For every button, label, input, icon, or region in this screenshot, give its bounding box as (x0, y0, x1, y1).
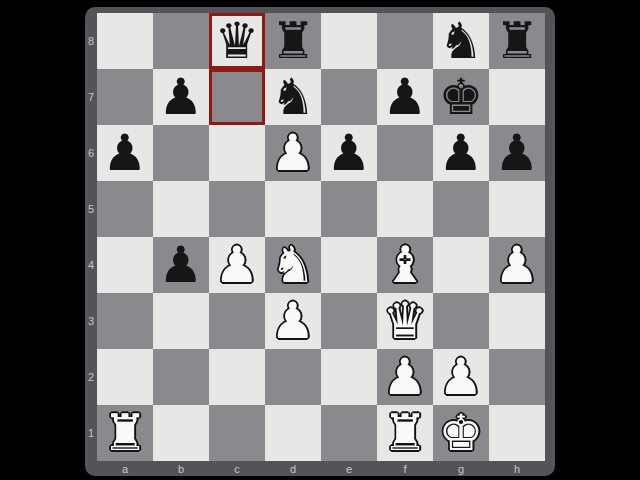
rank-label-1: 1 (85, 405, 97, 461)
square-c3[interactable] (209, 293, 265, 349)
square-f2[interactable]: ♟ (377, 349, 433, 405)
square-b8[interactable] (153, 13, 209, 69)
square-d7[interactable]: ♞ (265, 69, 321, 125)
black-rook-d8: ♜ (271, 13, 316, 69)
black-rook-h8: ♜ (495, 13, 540, 69)
square-h1[interactable] (489, 405, 545, 461)
square-c7[interactable] (209, 69, 265, 125)
white-pawn-g2: ♟ (439, 349, 484, 405)
video-frame: 87654321 ♛♜♞♜♟♞♟♚♟♟♟♟♟♟♟♞♝♟♟♛♟♟♜♜♚ abcde… (0, 0, 640, 480)
square-d8[interactable]: ♜ (265, 13, 321, 69)
square-e4[interactable] (321, 237, 377, 293)
square-c8[interactable]: ♛ (209, 13, 265, 69)
square-a2[interactable] (97, 349, 153, 405)
square-b4[interactable]: ♟ (153, 237, 209, 293)
white-pawn-f2: ♟ (383, 349, 428, 405)
square-e1[interactable] (321, 405, 377, 461)
square-h7[interactable] (489, 69, 545, 125)
square-b1[interactable] (153, 405, 209, 461)
square-g1[interactable]: ♚ (433, 405, 489, 461)
square-a4[interactable] (97, 237, 153, 293)
black-pawn-f7: ♟ (383, 69, 428, 125)
rank-label-6: 6 (85, 125, 97, 181)
square-b3[interactable] (153, 293, 209, 349)
file-label-d: d (265, 461, 321, 476)
square-g2[interactable]: ♟ (433, 349, 489, 405)
square-c5[interactable] (209, 181, 265, 237)
black-pawn-g6: ♟ (439, 125, 484, 181)
rank-coordinates: 87654321 (85, 13, 97, 461)
square-f6[interactable] (377, 125, 433, 181)
white-pawn-d3: ♟ (271, 293, 316, 349)
black-queen-c8: ♛ (215, 13, 260, 69)
square-d4[interactable]: ♞ (265, 237, 321, 293)
white-pawn-d6: ♟ (271, 125, 316, 181)
black-pawn-e6: ♟ (327, 125, 372, 181)
square-g4[interactable] (433, 237, 489, 293)
file-label-a: a (97, 461, 153, 476)
rank-label-7: 7 (85, 69, 97, 125)
file-coordinates: abcdefgh (97, 461, 545, 476)
square-e3[interactable] (321, 293, 377, 349)
black-pawn-b4: ♟ (159, 237, 204, 293)
chess-board: ♛♜♞♜♟♞♟♚♟♟♟♟♟♟♟♞♝♟♟♛♟♟♜♜♚ (97, 13, 545, 461)
white-rook-f1: ♜ (383, 405, 428, 461)
square-g5[interactable] (433, 181, 489, 237)
square-a7[interactable] (97, 69, 153, 125)
square-a6[interactable]: ♟ (97, 125, 153, 181)
white-rook-a1: ♜ (103, 405, 148, 461)
square-e7[interactable] (321, 69, 377, 125)
square-e8[interactable] (321, 13, 377, 69)
square-e2[interactable] (321, 349, 377, 405)
rank-label-2: 2 (85, 349, 97, 405)
square-a5[interactable] (97, 181, 153, 237)
square-f8[interactable] (377, 13, 433, 69)
square-e6[interactable]: ♟ (321, 125, 377, 181)
white-king-g1: ♚ (439, 405, 484, 461)
square-c2[interactable] (209, 349, 265, 405)
file-label-h: h (489, 461, 545, 476)
square-b5[interactable] (153, 181, 209, 237)
black-pawn-a6: ♟ (103, 125, 148, 181)
square-h2[interactable] (489, 349, 545, 405)
square-h3[interactable] (489, 293, 545, 349)
square-h6[interactable]: ♟ (489, 125, 545, 181)
square-b6[interactable] (153, 125, 209, 181)
square-a3[interactable] (97, 293, 153, 349)
square-d1[interactable] (265, 405, 321, 461)
square-g7[interactable]: ♚ (433, 69, 489, 125)
rank-label-3: 3 (85, 293, 97, 349)
file-label-f: f (377, 461, 433, 476)
white-pawn-c4: ♟ (215, 237, 260, 293)
rank-label-4: 4 (85, 237, 97, 293)
rank-label-5: 5 (85, 181, 97, 237)
white-queen-f3: ♛ (383, 293, 428, 349)
white-bishop-f4: ♝ (383, 237, 428, 293)
square-d6[interactable]: ♟ (265, 125, 321, 181)
file-label-b: b (153, 461, 209, 476)
square-d2[interactable] (265, 349, 321, 405)
square-d3[interactable]: ♟ (265, 293, 321, 349)
square-f7[interactable]: ♟ (377, 69, 433, 125)
file-label-g: g (433, 461, 489, 476)
square-a8[interactable] (97, 13, 153, 69)
file-label-c: c (209, 461, 265, 476)
square-c4[interactable]: ♟ (209, 237, 265, 293)
white-pawn-h4: ♟ (495, 237, 540, 293)
square-f4[interactable]: ♝ (377, 237, 433, 293)
black-king-g7: ♚ (439, 69, 484, 125)
square-a1[interactable]: ♜ (97, 405, 153, 461)
square-e5[interactable] (321, 181, 377, 237)
black-knight-g8: ♞ (439, 13, 484, 69)
square-f3[interactable]: ♛ (377, 293, 433, 349)
file-label-e: e (321, 461, 377, 476)
chess-board-frame: 87654321 ♛♜♞♜♟♞♟♚♟♟♟♟♟♟♟♞♝♟♟♛♟♟♜♜♚ abcde… (85, 7, 555, 476)
square-b7[interactable]: ♟ (153, 69, 209, 125)
square-g3[interactable] (433, 293, 489, 349)
square-f5[interactable] (377, 181, 433, 237)
square-g6[interactable]: ♟ (433, 125, 489, 181)
square-h8[interactable]: ♜ (489, 13, 545, 69)
square-h5[interactable] (489, 181, 545, 237)
black-pawn-b7: ♟ (159, 69, 204, 125)
rank-label-8: 8 (85, 13, 97, 69)
square-b2[interactable] (153, 349, 209, 405)
square-h4[interactable]: ♟ (489, 237, 545, 293)
square-g8[interactable]: ♞ (433, 13, 489, 69)
square-c1[interactable] (209, 405, 265, 461)
white-knight-d4: ♞ (271, 237, 316, 293)
black-pawn-h6: ♟ (495, 125, 540, 181)
black-knight-d7: ♞ (271, 69, 316, 125)
square-c6[interactable] (209, 125, 265, 181)
square-f1[interactable]: ♜ (377, 405, 433, 461)
square-d5[interactable] (265, 181, 321, 237)
